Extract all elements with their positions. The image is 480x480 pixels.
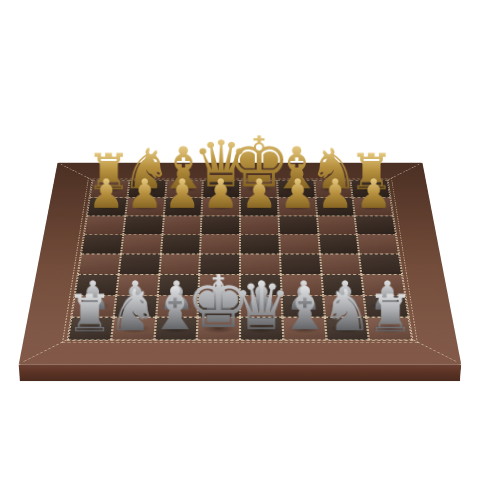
square-b6 [123,216,163,235]
square-c6 [162,216,202,235]
piece-gold-pawn: ♟ [165,174,201,214]
chessboard: ♜♞♝♛♚♝♞♜♟♟♟♟♟♟♟♟♟♟♟♟♟♟♟♟♜♞♝♚♛♝♞♜ [19,163,462,365]
square-b5 [121,234,162,254]
square-c7: ♟ [163,198,202,216]
square-a7: ♟ [87,198,127,216]
square-a4 [78,254,121,274]
piece-gold-pawn: ♟ [203,174,239,214]
product-photo-scene: ♜♞♝♛♚♝♞♜♟♟♟♟♟♟♟♟♟♟♟♟♟♟♟♟♜♞♝♚♛♝♞♜ [0,0,480,480]
square-g6 [317,216,357,235]
piece-gold-pawn: ♟ [279,174,315,214]
square-g1: ♞ [324,317,369,340]
square-e6 [240,216,279,235]
square-c5 [161,234,201,254]
square-g7: ♟ [315,198,355,216]
square-e7: ♟ [240,198,278,216]
square-g4 [320,254,362,274]
square-g5 [318,234,359,254]
square-h4 [359,254,402,274]
corner-stitch-bottom-left [23,340,67,362]
piece-silver-knight: ♞ [322,282,373,339]
square-h1: ♜ [367,317,413,340]
square-e1: ♛ [240,317,283,340]
square-d7: ♟ [202,198,240,216]
board-front-edge [19,365,462,382]
square-b7: ♟ [125,198,165,216]
square-h7: ♟ [353,198,393,216]
square-d6 [201,216,240,235]
piece-silver-rook: ♜ [66,287,113,339]
square-h5 [357,234,399,254]
square-a6 [84,216,125,235]
square-f6 [278,216,318,235]
square-b4 [118,254,160,274]
playing-field: ♜♞♝♛♚♝♞♜♟♟♟♟♟♟♟♟♟♟♟♟♟♟♟♟♜♞♝♚♛♝♞♜ [67,180,414,341]
square-h6 [355,216,396,235]
square-a5 [81,234,123,254]
piece-gold-pawn: ♟ [318,174,354,214]
square-f7: ♟ [278,198,317,216]
piece-gold-pawn: ♟ [88,174,124,214]
corner-stitch-bottom-right [413,340,457,362]
square-f5 [279,234,319,254]
piece-silver-rook: ♜ [367,287,414,339]
square-f1: ♝ [282,317,326,340]
piece-gold-pawn: ♟ [126,174,162,214]
piece-gold-pawn: ♟ [241,174,277,214]
piece-gold-pawn: ♟ [356,174,392,214]
square-d5 [200,234,240,254]
square-e5 [240,234,280,254]
